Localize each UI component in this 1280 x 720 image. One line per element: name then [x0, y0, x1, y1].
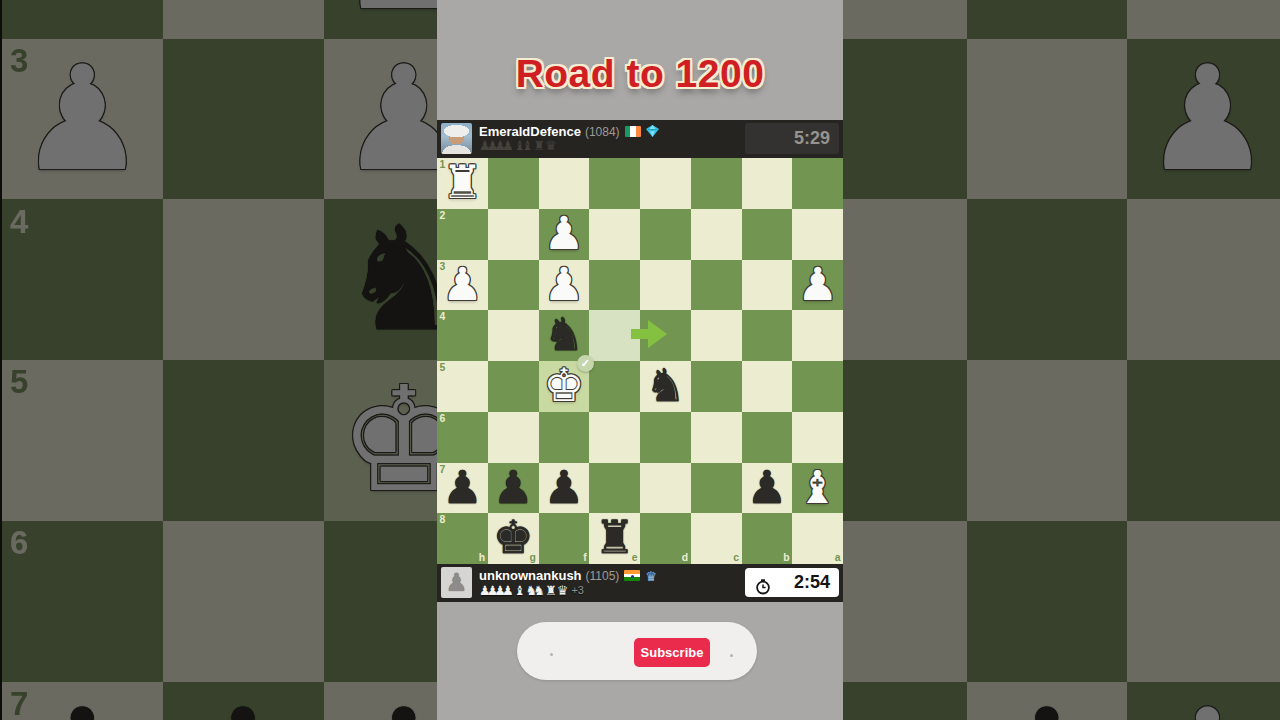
bg-square-a2: [1127, 0, 1280, 39]
file-label-b: b: [783, 553, 789, 563]
pill-dot: [730, 654, 733, 657]
good-move-check-icon: ✓: [577, 355, 594, 372]
piece-bN-d5[interactable]: ♞: [640, 361, 691, 412]
bg-square-b2: [967, 0, 1128, 39]
player-bar: ♟ unknownankush(1105)♛ ♟♟♟♟ ♝ ♞♞ ♜ ♛+3 2…: [437, 564, 843, 602]
rank-label-8: 8: [440, 515, 446, 525]
player-clock: 2:54: [745, 568, 839, 597]
file-label-f: f: [583, 553, 586, 563]
bg-square-h6: 6: [2, 521, 163, 682]
square-c2[interactable]: [691, 209, 742, 260]
opponent-rating: (1084): [585, 125, 620, 139]
square-e7[interactable]: [589, 463, 640, 514]
square-e1[interactable]: [589, 158, 640, 209]
bg-square-a3: ♟: [1127, 39, 1280, 200]
square-f2[interactable]: ♟: [539, 209, 590, 260]
square-d5[interactable]: ♞: [640, 361, 691, 412]
square-g4[interactable]: [488, 310, 539, 361]
piece-bN-f4[interactable]: ♞: [539, 310, 590, 361]
pawn-avatar-icon: ♟: [445, 568, 467, 597]
bg-square-h3: 3♟: [2, 39, 163, 200]
subscribe-pill: Subscribe: [517, 622, 757, 680]
piece-wP-f3[interactable]: ♟: [539, 260, 590, 311]
bg-square-g3: [163, 39, 324, 200]
piece-bR-e8[interactable]: ♜: [589, 513, 640, 564]
rank-label-2: 2: [440, 211, 446, 221]
ireland-flag-icon: [625, 126, 641, 137]
bg-square-g7: ♟: [163, 682, 324, 720]
square-b6[interactable]: [742, 412, 793, 463]
square-g3[interactable]: [488, 260, 539, 311]
square-b1[interactable]: [742, 158, 793, 209]
square-d1[interactable]: [640, 158, 691, 209]
clock-icon: [755, 575, 771, 604]
chess-app-panel: Road to 1200 EmeraldDefence(1084) ♟♟♟♟ ♝…: [437, 0, 843, 720]
video-title: Road to 1200: [437, 52, 843, 96]
square-c4[interactable]: [691, 310, 742, 361]
file-label-h: h: [479, 553, 485, 563]
square-b4[interactable]: [742, 310, 793, 361]
square-a8[interactable]: a: [792, 513, 843, 564]
square-c7[interactable]: [691, 463, 742, 514]
player-username[interactable]: unknownankush: [479, 568, 582, 583]
piece-bP-b7[interactable]: ♟: [742, 463, 793, 514]
diamond-membership-icon: [646, 124, 659, 139]
bg-square-b3: [967, 39, 1128, 200]
square-e3[interactable]: [589, 260, 640, 311]
square-a4[interactable]: [792, 310, 843, 361]
square-h2[interactable]: 2: [437, 209, 488, 260]
piece-wR-h1[interactable]: ♜: [437, 158, 488, 209]
bg-piece-wB-a7: ♝: [1127, 682, 1280, 720]
square-g6[interactable]: [488, 412, 539, 463]
square-c3[interactable]: [691, 260, 742, 311]
square-d6[interactable]: [640, 412, 691, 463]
square-f7[interactable]: ♟: [539, 463, 590, 514]
square-g7[interactable]: ♟: [488, 463, 539, 514]
square-d3[interactable]: [640, 260, 691, 311]
bg-piece-bP-g7: ♟: [163, 682, 324, 720]
bg-piece-bP-b7: ♟: [967, 682, 1128, 720]
square-b7[interactable]: ♟: [742, 463, 793, 514]
player-clock-time: 2:54: [794, 572, 830, 592]
square-a5[interactable]: [792, 361, 843, 412]
square-h7[interactable]: 7♟: [437, 463, 488, 514]
bg-piece-bP-h7: ♟: [2, 682, 163, 720]
square-c8[interactable]: c: [691, 513, 742, 564]
player-avatar[interactable]: ♟: [441, 567, 472, 598]
bg-square-h4: 4: [2, 199, 163, 360]
bg-square-b6: [967, 521, 1128, 682]
square-g8[interactable]: g♚: [488, 513, 539, 564]
video-frame: 1♜2♟3♟♟♟4♞5♚♞67♟♟♟♟♝8hg♚fe♜dcba Road to …: [0, 0, 1280, 720]
square-g2[interactable]: [488, 209, 539, 260]
square-a6[interactable]: [792, 412, 843, 463]
blue-crown-flair-icon: ♛: [645, 569, 657, 584]
square-b3[interactable]: [742, 260, 793, 311]
square-f3[interactable]: ♟: [539, 260, 590, 311]
square-c6[interactable]: [691, 412, 742, 463]
square-f4[interactable]: ♞: [539, 310, 590, 361]
footer: Subscribe: [437, 602, 843, 720]
bg-square-g4: [163, 199, 324, 360]
bg-square-g2: [163, 0, 324, 39]
opponent-player-bar: EmeraldDefence(1084) ♟♟♟♟ ♝♝ ♜ ♛ 5:29: [437, 120, 843, 158]
rank-label-4: 4: [440, 312, 446, 322]
bg-square-a5: [1127, 360, 1280, 521]
bg-square-b7: ♟: [967, 682, 1128, 720]
square-a3[interactable]: ♟: [792, 260, 843, 311]
bg-square-a6: [1127, 521, 1280, 682]
move-hint-arrow: [631, 319, 668, 349]
square-a2[interactable]: [792, 209, 843, 260]
piece-wB-a7[interactable]: ♝: [792, 463, 843, 514]
square-b5[interactable]: [742, 361, 793, 412]
bg-piece-wP-h3: ♟: [2, 39, 163, 200]
opponent-username[interactable]: EmeraldDefence: [479, 124, 581, 139]
square-f1[interactable]: [539, 158, 590, 209]
square-c1[interactable]: [691, 158, 742, 209]
bg-square-b5: [967, 360, 1128, 521]
subscribe-button[interactable]: Subscribe: [634, 638, 710, 667]
india-flag-icon: [624, 570, 640, 581]
title-banner: Road to 1200: [437, 0, 843, 120]
square-e8[interactable]: e♜: [589, 513, 640, 564]
piece-bK-g8[interactable]: ♚: [488, 513, 539, 564]
piece-wP-a3[interactable]: ♟: [792, 260, 843, 311]
square-d2[interactable]: [640, 209, 691, 260]
bg-square-g6: [163, 521, 324, 682]
square-h5[interactable]: 5: [437, 361, 488, 412]
player-captured-pieces: ♟♟♟♟ ♝ ♞♞ ♜ ♛: [479, 583, 564, 598]
piece-bP-g7[interactable]: ♟: [488, 463, 539, 514]
piece-bP-h7[interactable]: ♟: [437, 463, 488, 514]
pill-dot: [550, 653, 553, 656]
piece-bP-f7[interactable]: ♟: [539, 463, 590, 514]
bg-square-a4: [1127, 199, 1280, 360]
square-e5[interactable]: [589, 361, 640, 412]
square-b2[interactable]: [742, 209, 793, 260]
square-h6[interactable]: 6: [437, 412, 488, 463]
file-label-c: c: [733, 553, 739, 563]
rank-label-5: 5: [440, 363, 446, 373]
square-g5[interactable]: [488, 361, 539, 412]
opponent-captured-pieces: ♟♟♟♟ ♝♝ ♜ ♛: [479, 139, 659, 154]
square-h4[interactable]: 4: [437, 310, 488, 361]
material-advantage: +3: [571, 584, 584, 596]
square-g1[interactable]: [488, 158, 539, 209]
square-h3[interactable]: 3♟: [437, 260, 488, 311]
player-rating: (1105): [586, 569, 620, 583]
bg-square-b4: [967, 199, 1128, 360]
square-a7[interactable]: ♝: [792, 463, 843, 514]
bg-rank-label-4: 4: [10, 206, 28, 239]
square-d7[interactable]: [640, 463, 691, 514]
square-e6[interactable]: [589, 412, 640, 463]
square-e2[interactable]: [589, 209, 640, 260]
bg-square-h2: 2: [2, 0, 163, 39]
square-f6[interactable]: [539, 412, 590, 463]
rank-label-6: 6: [440, 414, 446, 424]
square-f8[interactable]: f: [539, 513, 590, 564]
opponent-clock: 5:29: [745, 123, 839, 154]
square-a1[interactable]: [792, 158, 843, 209]
square-d8[interactable]: d: [640, 513, 691, 564]
bg-square-h5: 5: [2, 360, 163, 521]
square-b8[interactable]: b: [742, 513, 793, 564]
piece-wP-h3[interactable]: ♟: [437, 260, 488, 311]
bg-square-g5: [163, 360, 324, 521]
bg-square-h7: 7♟: [2, 682, 163, 720]
piece-wP-f2[interactable]: ♟: [539, 209, 590, 260]
square-h8[interactable]: 8h: [437, 513, 488, 564]
square-h1[interactable]: 1♜: [437, 158, 488, 209]
bg-rank-label-6: 6: [10, 527, 28, 560]
bg-square-a7: ♝: [1127, 682, 1280, 720]
bg-rank-label-5: 5: [10, 366, 28, 399]
bg-piece-wP-a3: ♟: [1127, 39, 1280, 200]
file-label-a: a: [835, 553, 841, 563]
square-c5[interactable]: [691, 361, 742, 412]
opponent-avatar[interactable]: [441, 123, 472, 154]
chess-board[interactable]: 1♜2♟3♟♟♟4♞5♚♞67♟♟♟♟♝8hg♚fe♜dcba✓: [437, 158, 843, 564]
file-label-d: d: [682, 553, 688, 563]
